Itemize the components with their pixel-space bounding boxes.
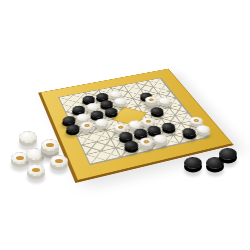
- black-piece[interactable]: [160, 122, 178, 132]
- captured-white-stack[interactable]: [41, 143, 59, 155]
- white-piece[interactable]: [112, 97, 128, 106]
- product-photo-scene: [0, 0, 250, 250]
- white-piece[interactable]: [93, 117, 110, 127]
- black-piece[interactable]: [149, 106, 166, 115]
- black-piece[interactable]: [64, 123, 80, 133]
- black-piece[interactable]: [103, 107, 119, 116]
- captured-white-chip[interactable]: [19, 131, 37, 143]
- captured-white-gold-chip[interactable]: [27, 164, 45, 176]
- captured-black-chip[interactable]: [184, 157, 202, 169]
- white-piece[interactable]: [193, 124, 211, 134]
- white-gold-piece[interactable]: [79, 120, 96, 130]
- captured-white-gold-chip[interactable]: [50, 155, 68, 167]
- captured-black-chip[interactable]: [219, 148, 237, 160]
- pieces-layer: [58, 78, 209, 166]
- white-piece[interactable]: [151, 133, 169, 144]
- white-piece[interactable]: [156, 96, 172, 105]
